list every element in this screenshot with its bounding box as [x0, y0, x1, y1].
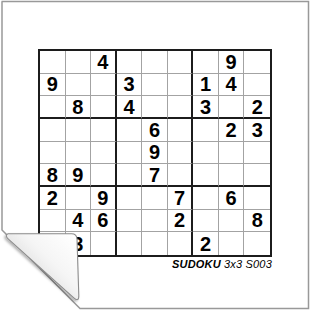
- page-curl: [0, 0, 310, 310]
- page: 499314843262398972976462832 SUDOKU3x3 S0…: [0, 0, 310, 310]
- page-curl-flap: [6, 234, 79, 300]
